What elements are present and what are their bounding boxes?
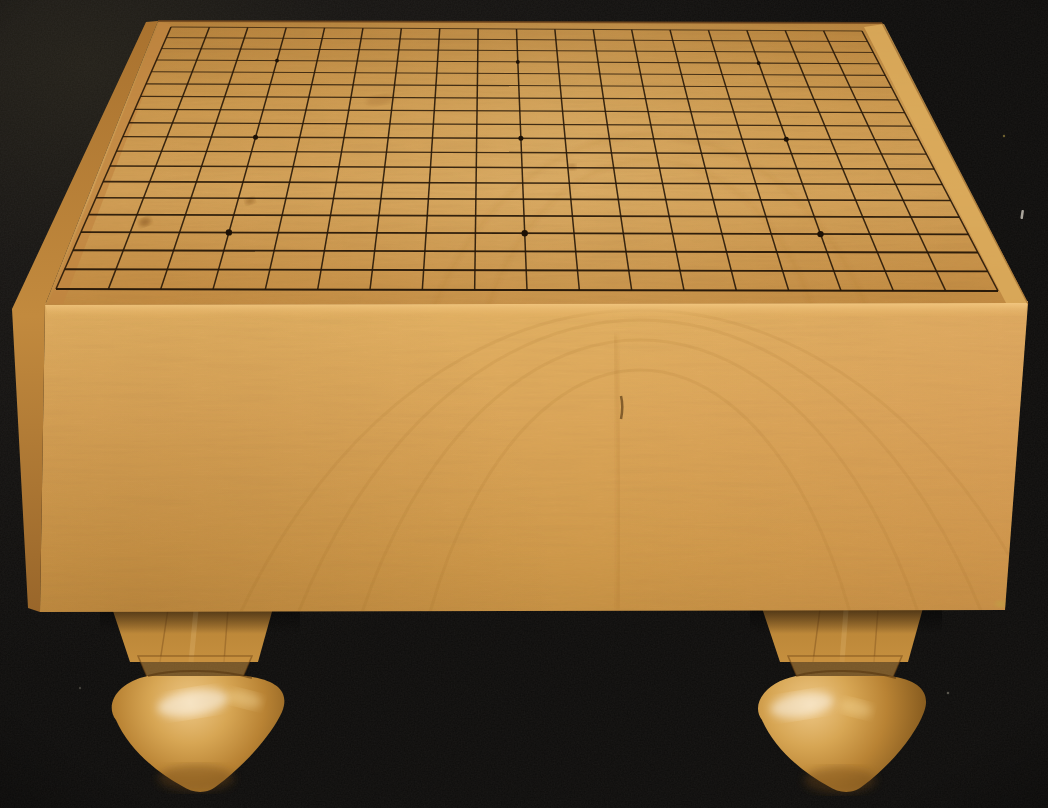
front-grain-mark — [621, 396, 622, 419]
star-point-10-16 — [522, 230, 528, 236]
star-point-10-4 — [516, 60, 520, 64]
goban-photo — [0, 0, 1048, 808]
corner-glint — [995, 601, 1007, 607]
star-point-16-16 — [817, 231, 823, 237]
front-corner-shade — [40, 303, 1028, 612]
dust-speck — [947, 692, 950, 695]
star-point-10-10 — [518, 136, 523, 141]
dust-speck — [79, 687, 81, 689]
star-point-4-16 — [226, 229, 232, 235]
leg-bottom-shade — [158, 765, 234, 791]
star-point-16-4 — [757, 61, 761, 65]
star-point-4-10 — [253, 135, 258, 140]
star-point-16-10 — [784, 137, 789, 142]
dust-speck — [1003, 135, 1005, 137]
leg-bottom-shade — [804, 767, 876, 793]
star-point-4-4 — [275, 59, 279, 63]
leg-collar — [138, 656, 252, 679]
goban-photo-scene — [0, 0, 1048, 808]
